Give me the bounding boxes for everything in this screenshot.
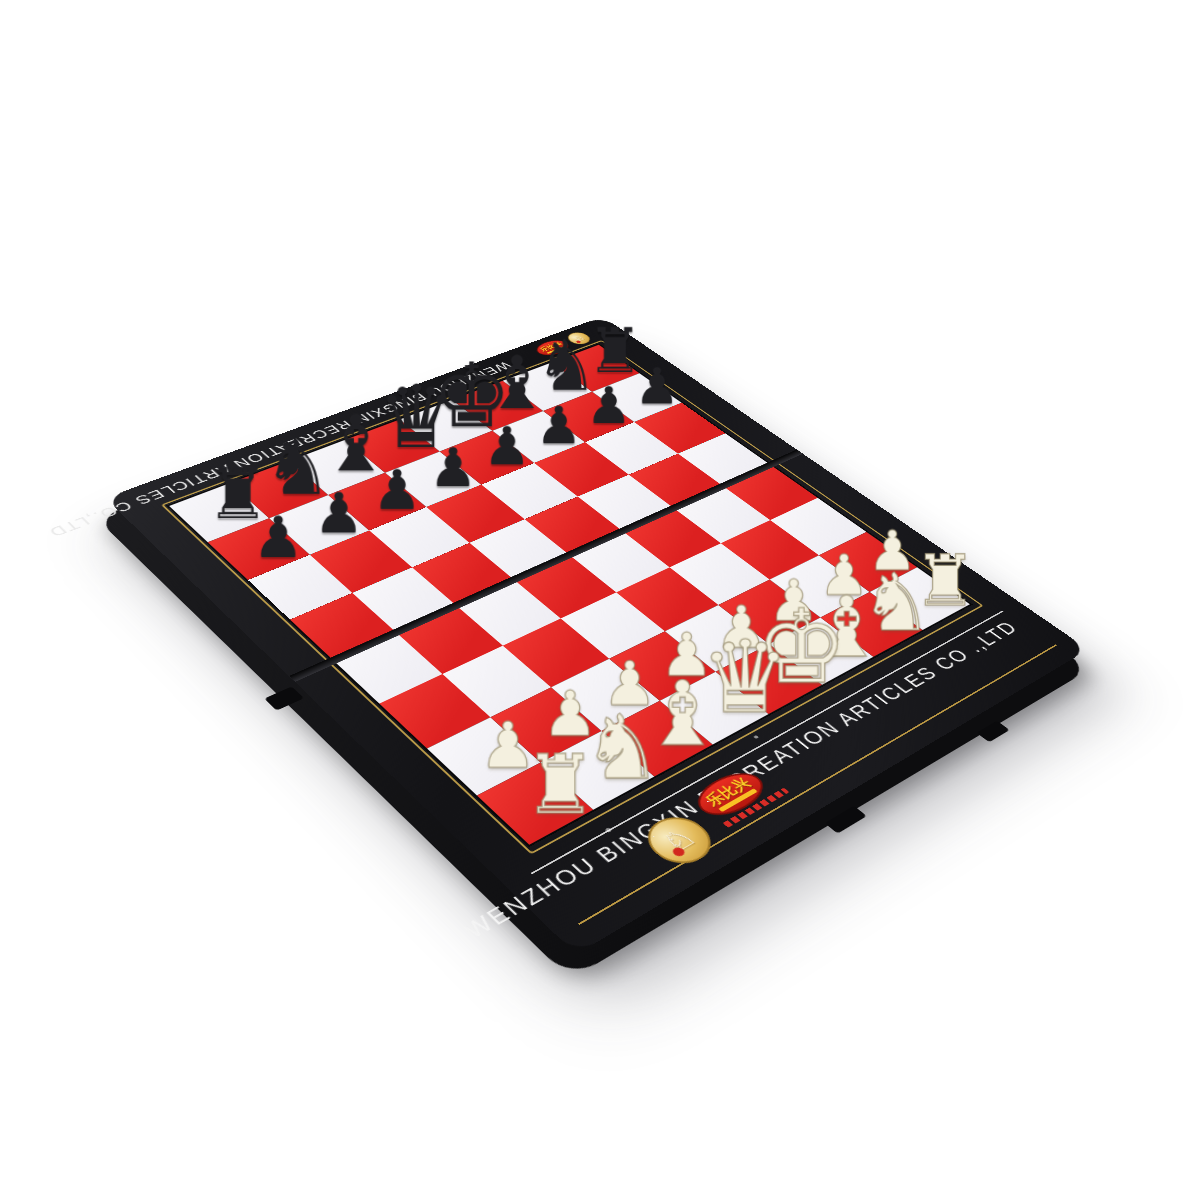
scene-tilt: ♜♞♝♛♚♝♞♜♟♟♟♟♟♟♟♟♟♟♟♟♟♟♟♟♜♞♝♛♚♝♞♜ WENZHOU…: [0, 0, 1200, 1200]
square-b6: [310, 530, 412, 592]
board-grid: ♜♞♝♛♚♝♞♜♟♟♟♟♟♟♟♟♟♟♟♟♟♟♟♟♜♞♝♛♚♝♞♜: [169, 345, 970, 845]
square-h1: ♜: [870, 567, 970, 630]
folding-chess-board: ♜♞♝♛♚♝♞♜♟♟♟♟♟♟♟♟♟♟♟♟♟♟♟♟♜♞♝♛♚♝♞♜ WENZHOU…: [105, 316, 1088, 954]
brand-oval-badge-top: 乐比兴: [531, 337, 573, 358]
square-h3: [770, 498, 866, 555]
white-rook: ♜: [909, 546, 981, 616]
square-a6: [248, 555, 352, 620]
frame-foot-bottom-2: [976, 721, 1009, 743]
mascot-red-dot: [575, 340, 581, 343]
hinge-tab-left: [264, 686, 304, 710]
frame-foot-bottom-1: [825, 806, 867, 834]
product-photo-background: ♜♞♝♛♚♝♞♜♟♟♟♟♟♟♟♟♟♟♟♟♟♟♟♟♜♞♝♛♚♝♞♜ WENZHOU…: [0, 0, 1200, 1200]
gloss-reflection: [753, 735, 759, 739]
black-rook: ♜: [583, 320, 646, 381]
square-h2: ♟: [819, 532, 917, 592]
